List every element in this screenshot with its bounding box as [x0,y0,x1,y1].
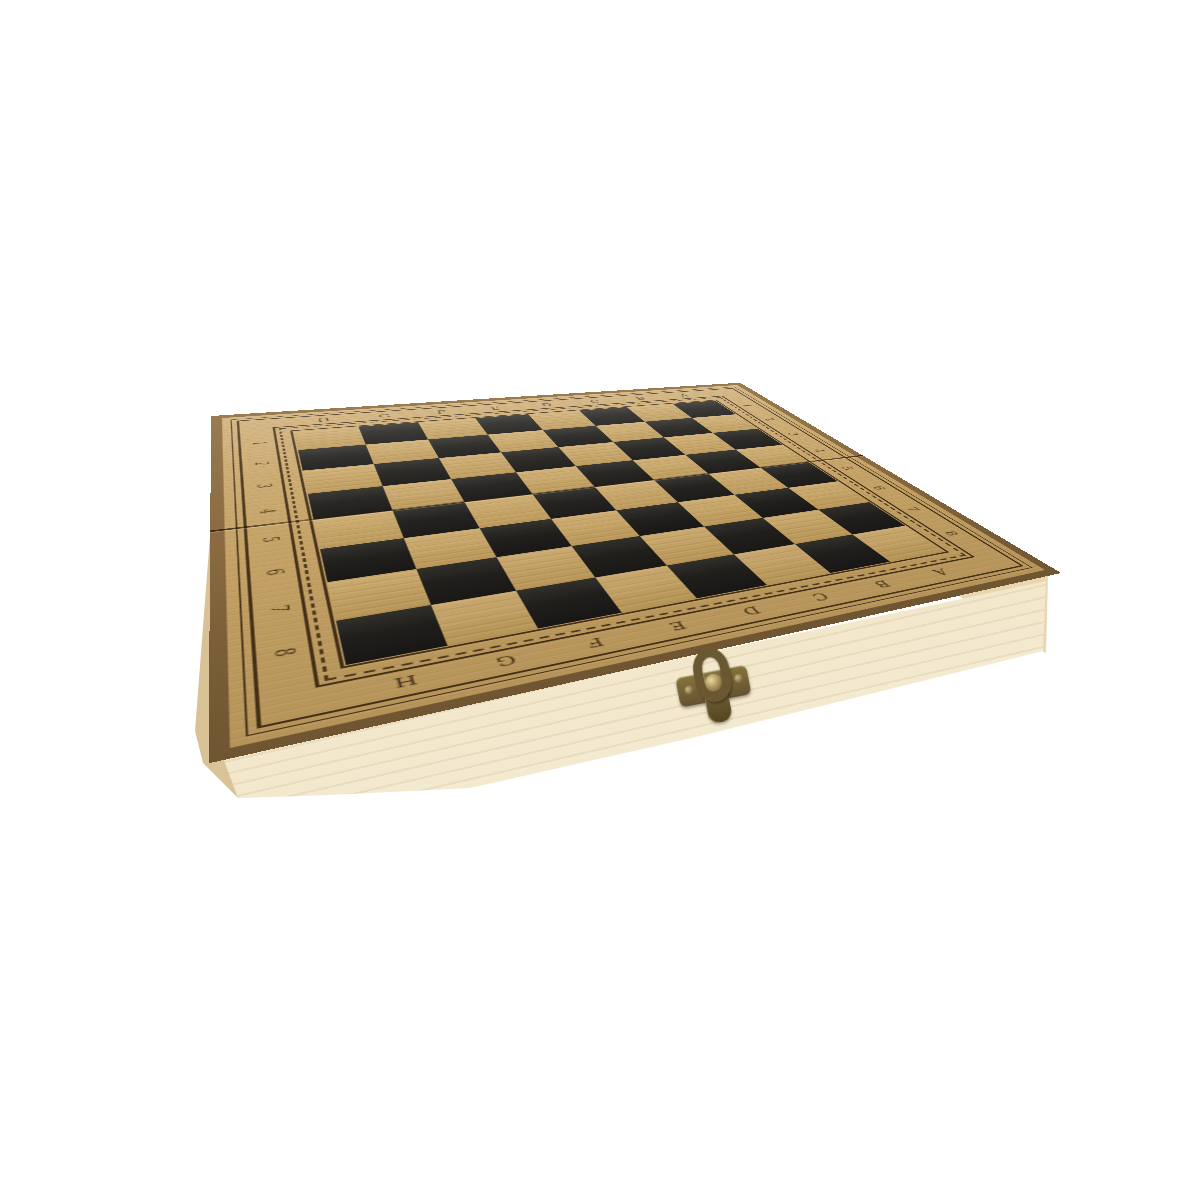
product-photo-chess-board: 12345678 12345678 HGFEDCBA HGFEDCBA [0,0,1203,1203]
latch-clasp [669,639,770,740]
